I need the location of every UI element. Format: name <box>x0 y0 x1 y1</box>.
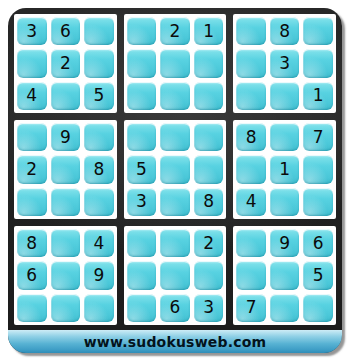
sudoku-box-5: 538 <box>124 120 227 219</box>
cell-r4c6[interactable] <box>194 123 224 151</box>
cell-r7c2[interactable] <box>51 229 81 257</box>
cell-r7c1[interactable]: 8 <box>17 229 47 257</box>
cell-r2c3[interactable] <box>84 49 114 77</box>
cell-r9c9[interactable] <box>303 294 333 322</box>
cell-r5c5[interactable] <box>160 155 190 183</box>
cell-r2c4[interactable] <box>127 49 157 77</box>
sudoku-box-6: 8714 <box>233 120 336 219</box>
cell-r6c5[interactable] <box>160 188 190 216</box>
site-url: www.sudokusweb.com <box>84 334 267 350</box>
cell-r5c3[interactable]: 8 <box>84 155 114 183</box>
cell-r5c1[interactable]: 2 <box>17 155 47 183</box>
cell-r3c1[interactable]: 4 <box>17 82 47 110</box>
cell-r1c6[interactable]: 1 <box>194 17 224 45</box>
cell-r7c6[interactable]: 2 <box>194 229 224 257</box>
cell-r9c2[interactable] <box>51 294 81 322</box>
cell-r1c2[interactable]: 6 <box>51 17 81 45</box>
cell-r8c3[interactable]: 9 <box>84 261 114 289</box>
cell-r5c6[interactable] <box>194 155 224 183</box>
cell-r6c9[interactable] <box>303 188 333 216</box>
cell-r7c8[interactable]: 9 <box>270 229 300 257</box>
cell-r3c8[interactable] <box>270 82 300 110</box>
sudoku-box-7: 8469 <box>14 226 117 325</box>
cell-r2c1[interactable] <box>17 49 47 77</box>
cell-r1c3[interactable] <box>84 17 114 45</box>
sudoku-box-3: 831 <box>233 14 336 113</box>
cell-r9c6[interactable]: 3 <box>194 294 224 322</box>
cell-r5c2[interactable] <box>51 155 81 183</box>
footer-bar: www.sudokusweb.com <box>8 330 342 353</box>
cell-r5c7[interactable] <box>236 155 266 183</box>
cell-r9c5[interactable]: 6 <box>160 294 190 322</box>
cell-r4c5[interactable] <box>160 123 190 151</box>
cell-r4c4[interactable] <box>127 123 157 151</box>
cell-r5c9[interactable] <box>303 155 333 183</box>
sudoku-box-9: 9657 <box>233 226 336 325</box>
cell-r4c2[interactable]: 9 <box>51 123 81 151</box>
sudoku-board: 3624521831928538871484692639657 <box>8 8 342 330</box>
cell-r3c2[interactable] <box>51 82 81 110</box>
cell-r3c3[interactable]: 5 <box>84 82 114 110</box>
cell-r4c3[interactable] <box>84 123 114 151</box>
cell-r3c5[interactable] <box>160 82 190 110</box>
cell-r3c4[interactable] <box>127 82 157 110</box>
cell-r6c8[interactable] <box>270 188 300 216</box>
cell-r8c9[interactable]: 5 <box>303 261 333 289</box>
cell-r9c1[interactable] <box>17 294 47 322</box>
cell-r8c4[interactable] <box>127 261 157 289</box>
cell-r7c4[interactable] <box>127 229 157 257</box>
cell-r2c2[interactable]: 2 <box>51 49 81 77</box>
cell-r5c4[interactable]: 5 <box>127 155 157 183</box>
cell-r4c7[interactable]: 8 <box>236 123 266 151</box>
cell-r6c2[interactable] <box>51 188 81 216</box>
cell-r9c8[interactable] <box>270 294 300 322</box>
cell-r1c7[interactable] <box>236 17 266 45</box>
cell-r2c8[interactable]: 3 <box>270 49 300 77</box>
cell-r8c2[interactable] <box>51 261 81 289</box>
cell-r1c9[interactable] <box>303 17 333 45</box>
cell-r4c1[interactable] <box>17 123 47 151</box>
cell-r8c7[interactable] <box>236 261 266 289</box>
sudoku-box-2: 21 <box>124 14 227 113</box>
cell-r1c5[interactable]: 2 <box>160 17 190 45</box>
cell-r5c8[interactable]: 1 <box>270 155 300 183</box>
cell-r6c1[interactable] <box>17 188 47 216</box>
cell-r8c6[interactable] <box>194 261 224 289</box>
cell-r8c5[interactable] <box>160 261 190 289</box>
cell-r2c6[interactable] <box>194 49 224 77</box>
cell-r2c7[interactable] <box>236 49 266 77</box>
cell-r4c8[interactable] <box>270 123 300 151</box>
sudoku-box-1: 36245 <box>14 14 117 113</box>
sudoku-box-4: 928 <box>14 120 117 219</box>
cell-r3c7[interactable] <box>236 82 266 110</box>
cell-r1c1[interactable]: 3 <box>17 17 47 45</box>
puzzle-frame: 3624521831928538871484692639657 www.sudo… <box>8 8 342 353</box>
cell-r3c6[interactable] <box>194 82 224 110</box>
cell-r9c3[interactable] <box>84 294 114 322</box>
cell-r1c8[interactable]: 8 <box>270 17 300 45</box>
cell-r9c7[interactable]: 7 <box>236 294 266 322</box>
cell-r8c8[interactable] <box>270 261 300 289</box>
cell-r8c1[interactable]: 6 <box>17 261 47 289</box>
cell-r7c3[interactable]: 4 <box>84 229 114 257</box>
cell-r2c5[interactable] <box>160 49 190 77</box>
cell-r7c7[interactable] <box>236 229 266 257</box>
cell-r7c9[interactable]: 6 <box>303 229 333 257</box>
cell-r7c5[interactable] <box>160 229 190 257</box>
cell-r6c4[interactable]: 3 <box>127 188 157 216</box>
cell-r6c7[interactable]: 4 <box>236 188 266 216</box>
cell-r6c6[interactable]: 8 <box>194 188 224 216</box>
cell-r1c4[interactable] <box>127 17 157 45</box>
sudoku-box-8: 263 <box>124 226 227 325</box>
cell-r9c4[interactable] <box>127 294 157 322</box>
cell-r4c9[interactable]: 7 <box>303 123 333 151</box>
cell-r6c3[interactable] <box>84 188 114 216</box>
cell-r2c9[interactable] <box>303 49 333 77</box>
cell-r3c9[interactable]: 1 <box>303 82 333 110</box>
